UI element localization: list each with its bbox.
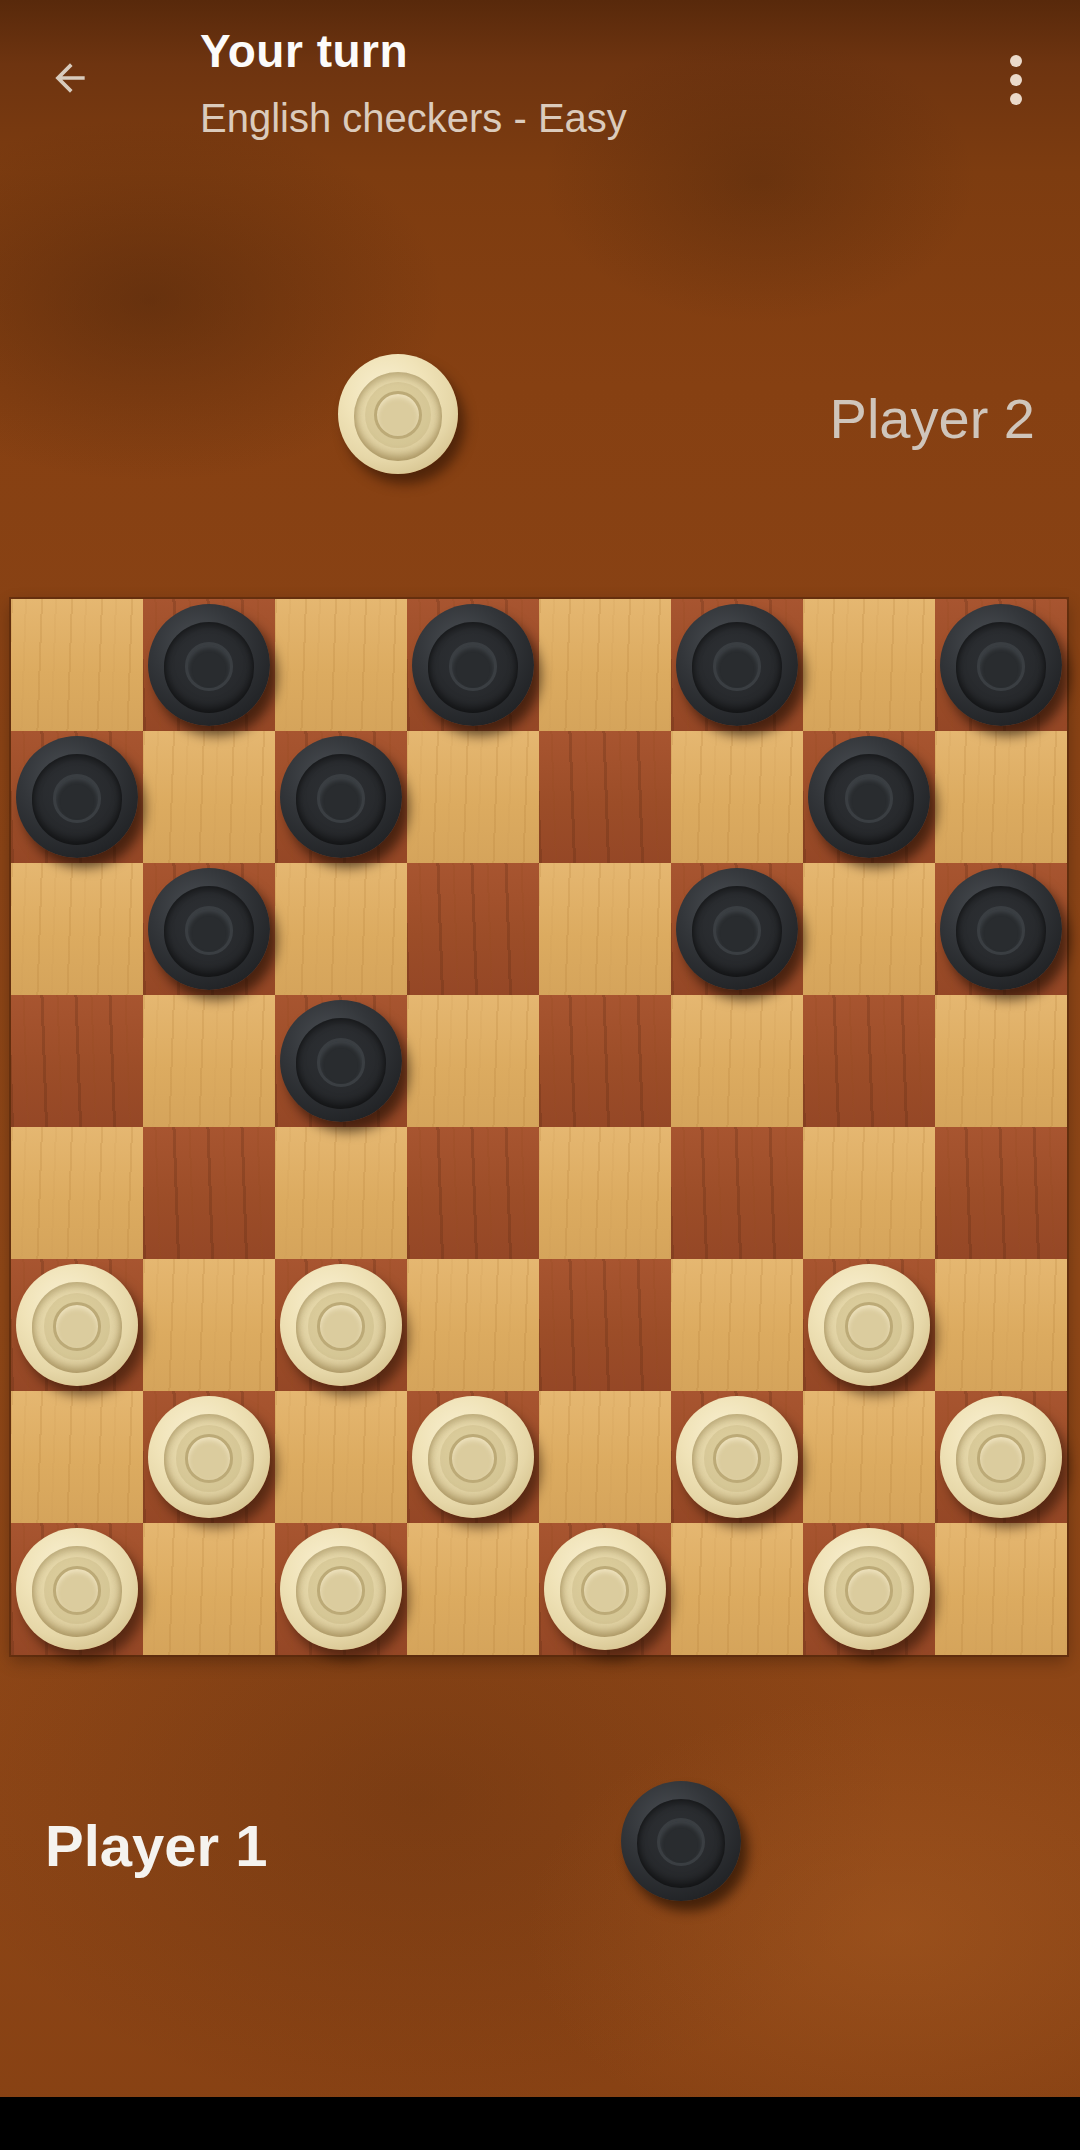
board-square[interactable]	[275, 995, 407, 1127]
board-square[interactable]	[275, 1259, 407, 1391]
board-square[interactable]	[539, 1259, 671, 1391]
board-square[interactable]	[803, 1259, 935, 1391]
board-square[interactable]	[407, 1127, 539, 1259]
board-square	[803, 599, 935, 731]
board-square[interactable]	[671, 863, 803, 995]
board-square	[671, 1523, 803, 1655]
black-piece[interactable]	[148, 868, 270, 990]
board[interactable]	[11, 599, 1067, 1655]
white-piece[interactable]	[808, 1528, 930, 1650]
board-square[interactable]	[803, 731, 935, 863]
white-piece[interactable]	[412, 1396, 534, 1518]
board-square[interactable]	[11, 995, 143, 1127]
board-square	[935, 1259, 1067, 1391]
board-square	[143, 1259, 275, 1391]
board-square[interactable]	[143, 863, 275, 995]
white-piece[interactable]	[280, 1528, 402, 1650]
black-piece[interactable]	[280, 736, 402, 858]
board-square	[407, 995, 539, 1127]
white-piece[interactable]	[16, 1528, 138, 1650]
board-square	[143, 731, 275, 863]
white-piece[interactable]	[16, 1264, 138, 1386]
board-square	[407, 731, 539, 863]
board-square[interactable]	[671, 599, 803, 731]
board-square	[539, 1127, 671, 1259]
captured-white-piece	[338, 354, 458, 474]
overflow-menu-button[interactable]	[998, 50, 1034, 110]
black-piece[interactable]	[940, 868, 1062, 990]
board-square	[11, 599, 143, 731]
board-square	[275, 1127, 407, 1259]
board-square[interactable]	[935, 863, 1067, 995]
board-square	[671, 731, 803, 863]
board-square	[539, 599, 671, 731]
board-square	[803, 1127, 935, 1259]
board-square	[935, 995, 1067, 1127]
white-piece[interactable]	[544, 1528, 666, 1650]
black-piece[interactable]	[676, 868, 798, 990]
white-piece[interactable]	[808, 1264, 930, 1386]
board-square	[935, 731, 1067, 863]
app-bar: Your turn English checkers - Easy	[0, 0, 1080, 160]
black-piece[interactable]	[940, 604, 1062, 726]
black-piece[interactable]	[676, 604, 798, 726]
player1-label: Player 1	[45, 1812, 268, 1879]
board-square	[275, 863, 407, 995]
board-square	[803, 863, 935, 995]
board-square[interactable]	[275, 731, 407, 863]
board-square	[935, 1523, 1067, 1655]
board-square	[671, 1259, 803, 1391]
board-square	[143, 995, 275, 1127]
black-piece[interactable]	[280, 1000, 402, 1122]
board-square[interactable]	[275, 1523, 407, 1655]
board-square	[11, 1127, 143, 1259]
board-square[interactable]	[671, 1127, 803, 1259]
black-piece[interactable]	[148, 604, 270, 726]
arrow-left-icon	[48, 56, 92, 104]
board-square	[803, 1391, 935, 1523]
black-piece[interactable]	[16, 736, 138, 858]
back-button[interactable]	[44, 54, 96, 106]
player2-label: Player 2	[830, 386, 1035, 451]
black-piece[interactable]	[412, 604, 534, 726]
system-nav-bar	[0, 2097, 1080, 2150]
page-subtitle: English checkers - Easy	[200, 96, 627, 141]
board-square[interactable]	[671, 1391, 803, 1523]
board-square[interactable]	[935, 1391, 1067, 1523]
board-square[interactable]	[11, 1523, 143, 1655]
white-piece[interactable]	[280, 1264, 402, 1386]
page-title: Your turn	[200, 24, 408, 78]
kebab-icon	[1010, 74, 1022, 86]
board-square[interactable]	[803, 995, 935, 1127]
board-square[interactable]	[407, 1391, 539, 1523]
board-square	[539, 1391, 671, 1523]
white-piece[interactable]	[676, 1396, 798, 1518]
white-piece[interactable]	[940, 1396, 1062, 1518]
game-screen: Your turn English checkers - Easy Player…	[0, 0, 1080, 2150]
board-square[interactable]	[539, 1523, 671, 1655]
board-square[interactable]	[803, 1523, 935, 1655]
board-square[interactable]	[143, 1127, 275, 1259]
board-square	[143, 1523, 275, 1655]
board-square[interactable]	[11, 731, 143, 863]
captured-black-piece	[621, 1781, 741, 1901]
board-square[interactable]	[143, 1391, 275, 1523]
board-square	[275, 1391, 407, 1523]
board-square	[11, 1391, 143, 1523]
kebab-icon	[1010, 55, 1022, 67]
kebab-icon	[1010, 93, 1022, 105]
board-square	[275, 599, 407, 731]
board-square	[539, 863, 671, 995]
board-square[interactable]	[143, 599, 275, 731]
board-square	[407, 1523, 539, 1655]
board-square	[671, 995, 803, 1127]
board-square[interactable]	[539, 731, 671, 863]
board-square[interactable]	[407, 863, 539, 995]
board-square[interactable]	[11, 1259, 143, 1391]
white-piece[interactable]	[148, 1396, 270, 1518]
board-square[interactable]	[935, 1127, 1067, 1259]
board-square[interactable]	[935, 599, 1067, 731]
board-square	[407, 1259, 539, 1391]
board-square	[11, 863, 143, 995]
board-square[interactable]	[407, 599, 539, 731]
board-square[interactable]	[539, 995, 671, 1127]
black-piece[interactable]	[808, 736, 930, 858]
